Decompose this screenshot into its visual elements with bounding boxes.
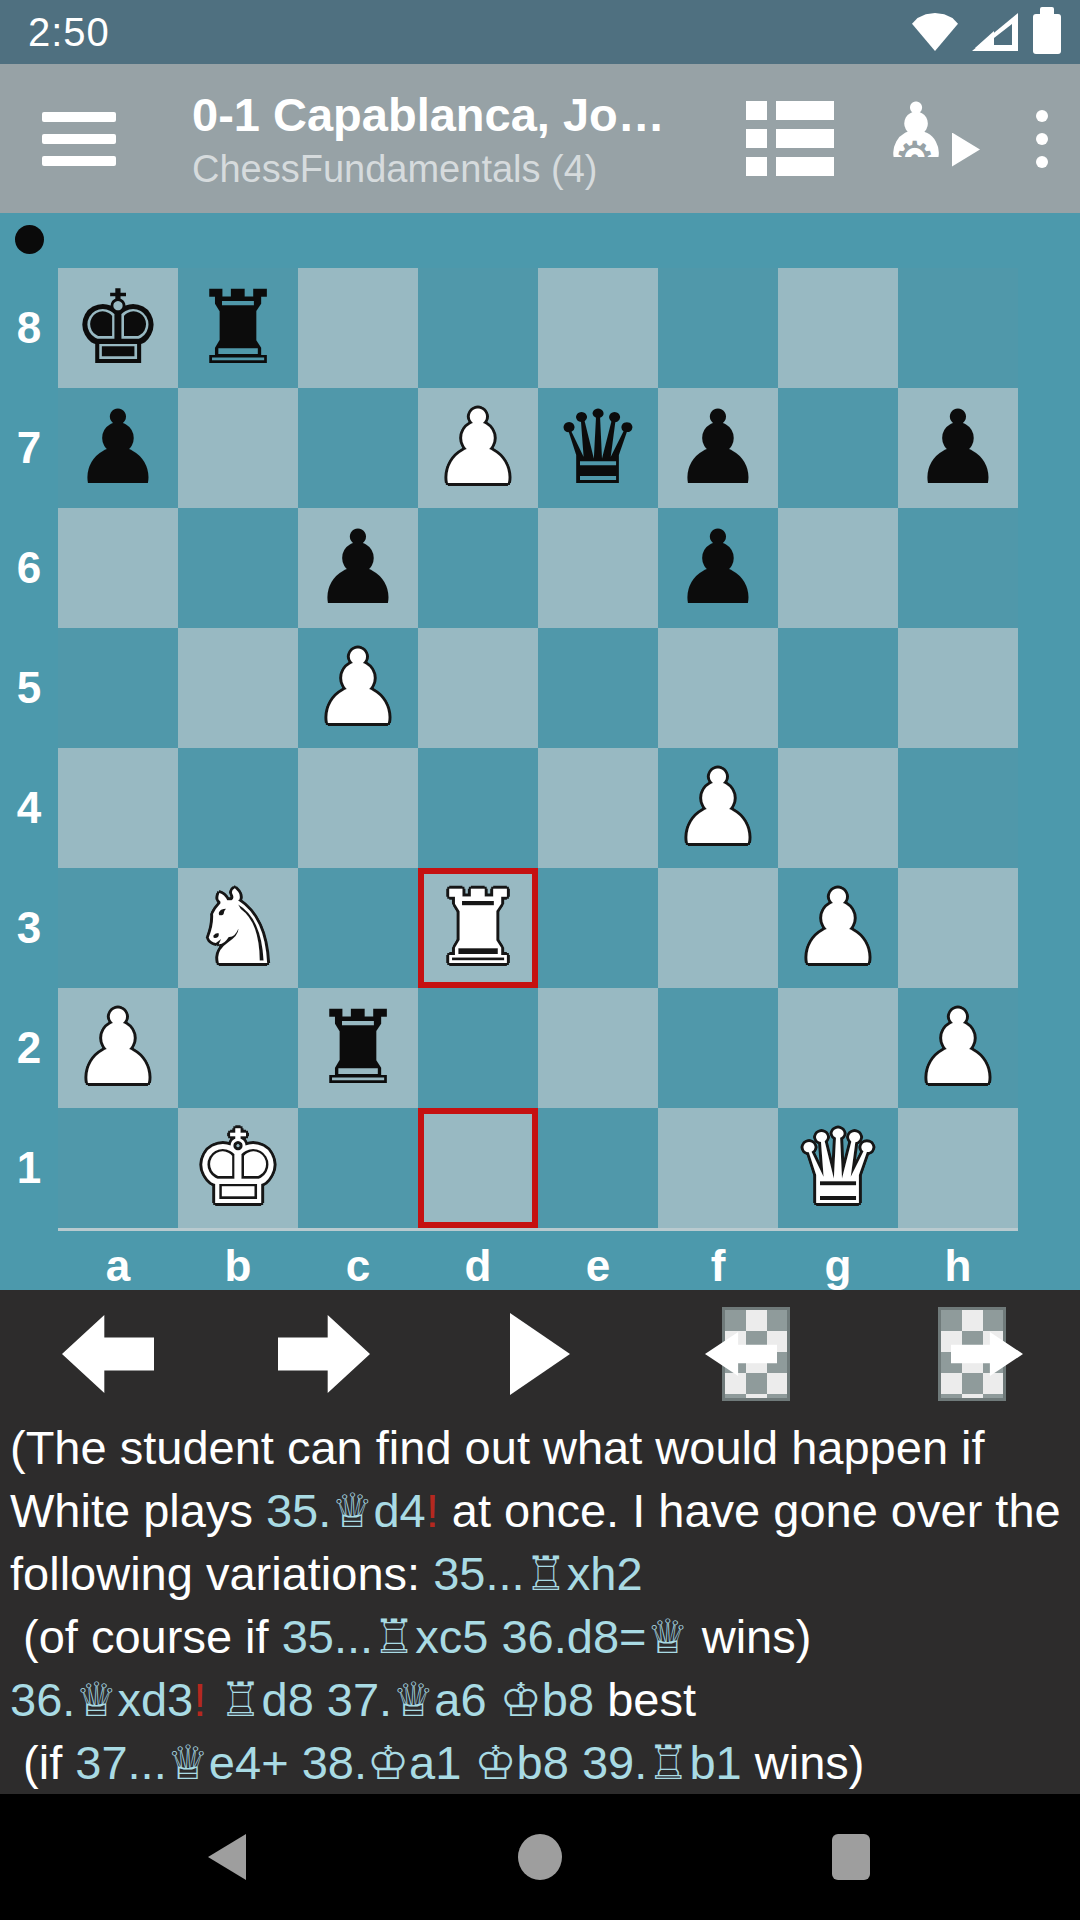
square-c3[interactable] [298,868,418,988]
next-game-icon [941,1310,1003,1398]
square-h2[interactable]: ♟ [898,988,1018,1108]
previous-game-button[interactable] [648,1290,864,1418]
square-c6[interactable]: ♟ [298,508,418,628]
annotation-text: (The student can find out what would hap… [0,1416,1080,1794]
file-label-d: d [418,1241,538,1291]
back-arrow-icon [62,1315,154,1393]
square-a5[interactable] [58,628,178,748]
square-d7[interactable]: ♟ [418,388,538,508]
cell-signal-icon [972,13,1018,51]
square-e1[interactable] [538,1108,658,1228]
square-f4[interactable]: ♟ [658,748,778,868]
white-queen-g1: ♛ [792,1110,883,1226]
square-b8[interactable]: ♜ [178,268,298,388]
commentary-text: (of course if [10,1610,282,1663]
square-a4[interactable] [58,748,178,868]
square-e4[interactable] [538,748,658,868]
square-b7[interactable] [178,388,298,508]
android-home-button[interactable] [518,1834,562,1880]
side-to-move-indicator [15,225,44,254]
app-bar: 0-1 Capablanca, Jo… ChessFundamentals (4… [0,64,1080,213]
move-link[interactable]: 37...♕e4+ 38.♔a1 ♔b8 39.♖b1 [75,1736,741,1789]
commentary-text: (The student can find out what would hap… [10,1421,985,1474]
play-icon [952,133,980,167]
square-c4[interactable] [298,748,418,868]
overflow-dot [1036,156,1048,168]
hamburger-bar [42,134,116,144]
rank-label-1: 1 [8,1108,50,1228]
move-link[interactable]: 35...♖xc5 36.d8=♕ [282,1610,689,1663]
white-king-b1: ♚ [192,1110,283,1226]
commentary-text: White plays [10,1484,266,1537]
move-link[interactable]: 35...♖xh2 [433,1547,642,1600]
status-icons [912,7,1062,57]
square-d5[interactable] [418,628,538,748]
black-rook-c2: ♜ [312,990,403,1106]
white-pawn-h2: ♟ [912,990,1003,1106]
play-icon [510,1313,570,1395]
square-d1[interactable] [418,1108,538,1228]
square-h7[interactable]: ♟ [898,388,1018,508]
rank-label-8: 8 [8,268,50,388]
white-pawn-d7: ♟ [432,390,523,506]
square-e3[interactable] [538,868,658,988]
list-icon-row [746,129,834,148]
commentary-text [206,1673,219,1726]
hamburger-icon [42,112,116,122]
square-a1[interactable] [58,1108,178,1228]
commentary-line: White plays 35.♕d4! at once. I have gone… [10,1479,1070,1542]
square-g5[interactable] [778,628,898,748]
square-f3[interactable] [658,868,778,988]
annotation-glyph: ! [426,1484,439,1537]
android-recents-button[interactable] [832,1834,870,1880]
square-g6[interactable] [778,508,898,628]
list-icon-row [746,101,834,120]
rank-label-2: 2 [8,988,50,1108]
move-link[interactable]: 35.♕d4 [266,1484,426,1537]
square-f6[interactable]: ♟ [658,508,778,628]
battery-nub [1040,7,1054,14]
wifi-icon [912,13,958,51]
file-label-c: c [298,1241,418,1291]
engine-analysis-button[interactable]: ♟ ⚙ [880,95,986,183]
status-bar: 2:50 [0,0,1080,64]
square-g1[interactable]: ♛ [778,1108,898,1228]
rank-label-3: 3 [8,868,50,988]
commentary-text: wins) [689,1610,812,1663]
file-label-b: b [178,1241,298,1291]
rank-label-7: 7 [8,388,50,508]
square-d2[interactable] [418,988,538,1108]
commentary-text: at once. I have gone over the [439,1484,1061,1537]
square-c5[interactable]: ♟ [298,628,418,748]
square-g2[interactable] [778,988,898,1108]
commentary-text: following variations: [10,1547,433,1600]
file-label-f: f [658,1241,778,1291]
file-label-a: a [58,1241,178,1291]
square-a2[interactable]: ♟ [58,988,178,1108]
square-h6[interactable] [898,508,1018,628]
square-h3[interactable] [898,868,1018,988]
annotation-glyph: ! [193,1673,206,1726]
square-g3[interactable]: ♟ [778,868,898,988]
forward-arrow-icon [278,1315,370,1393]
file-label-e: e [538,1241,658,1291]
square-b5[interactable] [178,628,298,748]
square-b1[interactable]: ♚ [178,1108,298,1228]
file-label-g: g [778,1241,898,1291]
black-queen-e7: ♛ [552,390,643,506]
black-pawn-h7: ♟ [912,390,1003,506]
white-pawn-g3: ♟ [792,870,883,986]
rank-label-5: 5 [8,628,50,748]
square-c1[interactable] [298,1108,418,1228]
gear-icon: ⚙ [894,131,935,185]
autoplay-button[interactable] [432,1290,648,1418]
battery-body [1033,14,1061,54]
square-e2[interactable] [538,988,658,1108]
square-d3[interactable]: ♜ [418,868,538,988]
square-e7[interactable]: ♛ [538,388,658,508]
commentary-line: 36.♕xd3! ♖d8 37.♕a6 ♔b8 best [10,1668,1070,1731]
black-pawn-f7: ♟ [672,390,763,506]
square-f1[interactable] [658,1108,778,1228]
square-a7[interactable]: ♟ [58,388,178,508]
square-b6[interactable] [178,508,298,628]
previous-game-icon [725,1310,787,1398]
square-f5[interactable] [658,628,778,748]
square-f8[interactable] [658,268,778,388]
move-link[interactable]: ♖d8 37.♕a6 ♔b8 [219,1673,594,1726]
hamburger-bar [42,156,116,166]
rank-label-6: 6 [8,508,50,628]
square-f2[interactable] [658,988,778,1108]
square-d4[interactable] [418,748,538,868]
square-g8[interactable] [778,268,898,388]
white-pawn-f4: ♟ [672,750,763,866]
menu-button[interactable] [42,106,116,172]
commentary-line: (of course if 35...♖xc5 36.d8=♕ wins) [10,1605,1070,1668]
battery-icon [1032,7,1062,57]
overflow-dot [1036,133,1048,145]
black-pawn-c6: ♟ [312,510,403,626]
square-d8[interactable] [418,268,538,388]
square-b4[interactable] [178,748,298,868]
square-h5[interactable] [898,628,1018,748]
square-a3[interactable] [58,868,178,988]
white-pawn-c5: ♟ [312,630,403,746]
black-rook-b8: ♜ [192,270,283,386]
commentary-line: following variations: 35...♖xh2 [10,1542,1070,1605]
android-back-button[interactable] [208,1834,246,1880]
commentary-line: (The student can find out what would hap… [10,1416,1070,1479]
square-b3[interactable]: ♞ [178,868,298,988]
square-h4[interactable] [898,748,1018,868]
square-b2[interactable] [178,988,298,1108]
previous-move-button[interactable] [0,1290,216,1418]
white-knight-b3: ♞ [192,870,283,986]
square-h8[interactable] [898,268,1018,388]
square-e5[interactable] [538,628,658,748]
lower-panel: (The student can find out what would hap… [0,1290,1080,1794]
black-pawn-f6: ♟ [672,510,763,626]
commentary-text: wins) [742,1736,865,1789]
move-link[interactable]: 36.♕xd3 [10,1673,193,1726]
square-d6[interactable] [418,508,538,628]
controls-bar [0,1290,1080,1418]
square-e8[interactable] [538,268,658,388]
square-c7[interactable] [298,388,418,508]
page-subtitle: ChessFundamentals (4) [192,148,746,191]
square-f7[interactable]: ♟ [658,388,778,508]
white-pawn-a2: ♟ [72,990,163,1106]
square-g4[interactable] [778,748,898,868]
commentary-text: (if [10,1736,75,1789]
title-block: 0-1 Capablanca, Jo… ChessFundamentals (4… [192,87,746,191]
rank-label-4: 4 [8,748,50,868]
page-title: 0-1 Capablanca, Jo… [192,87,746,142]
commentary-text: best [594,1673,696,1726]
android-navigation-bar [0,1794,1080,1920]
overflow-menu-button[interactable] [1032,106,1052,172]
square-a8[interactable]: ♚ [58,268,178,388]
black-king-a8: ♚ [72,270,163,386]
square-c8[interactable] [298,268,418,388]
next-move-button[interactable] [216,1290,432,1418]
signal-fill [975,31,994,48]
square-c2[interactable]: ♜ [298,988,418,1108]
square-e6[interactable] [538,508,658,628]
white-rook-d3: ♜ [432,870,523,986]
square-h1[interactable] [898,1108,1018,1228]
overflow-dot [1036,110,1048,122]
file-label-h: h [898,1241,1018,1291]
list-icon-row [746,157,834,176]
chess-board[interactable]: ♚♜♟♟♛♟♟♟♟♟♟♞♜♟♟♜♟♚♛ [58,268,1018,1231]
game-list-button[interactable] [746,101,834,176]
board-area: ♚♜♟♟♛♟♟♟♟♟♟♞♜♟♟♜♟♚♛ 87654321 abcdefgh [0,213,1080,1290]
commentary-line: (if 37...♕e4+ 38.♔a1 ♔b8 39.♖b1 wins) [10,1731,1070,1794]
square-a6[interactable] [58,508,178,628]
next-game-button[interactable] [864,1290,1080,1418]
black-pawn-a7: ♟ [72,390,163,506]
square-g7[interactable] [778,388,898,508]
clock-text: 2:50 [28,10,110,55]
